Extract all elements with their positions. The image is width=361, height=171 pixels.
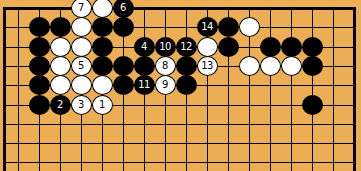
black-stone — [302, 95, 323, 115]
horizontal-grid-line — [4, 124, 355, 125]
black-stone — [50, 17, 71, 37]
move-number-label: 5 — [78, 61, 84, 71]
white-stone — [71, 75, 92, 95]
white-stone — [239, 56, 260, 76]
white-stone — [50, 37, 71, 57]
horizontal-grid-line — [4, 143, 355, 144]
white-stone — [71, 17, 92, 37]
white-stone: 8 — [155, 56, 176, 76]
black-stone — [92, 37, 113, 57]
move-number-label: 1 — [99, 100, 105, 110]
white-stone: 3 — [71, 95, 92, 115]
move-number-label: 13 — [201, 61, 213, 71]
black-stone — [113, 75, 134, 95]
black-stone — [218, 37, 239, 57]
go-board: 7614410125813119231 — [0, 0, 361, 171]
black-stone: 6 — [113, 0, 134, 18]
move-number-label: 9 — [162, 80, 168, 90]
black-stone: 10 — [155, 37, 176, 57]
white-stone — [71, 37, 92, 57]
black-stone: 11 — [134, 75, 155, 95]
board-top-edge-line — [3, 7, 356, 10]
vertical-grid-line — [270, 8, 271, 171]
black-stone: 2 — [50, 95, 71, 115]
move-number-label: 8 — [162, 61, 168, 71]
move-number-label: 12 — [180, 42, 192, 52]
white-stone: 5 — [71, 56, 92, 76]
black-stone: 4 — [134, 37, 155, 57]
move-number-label: 10 — [159, 42, 171, 52]
white-stone: 9 — [155, 75, 176, 95]
move-number-label: 14 — [201, 22, 213, 32]
white-stone — [92, 75, 113, 95]
horizontal-grid-line — [4, 162, 355, 163]
black-stone — [92, 56, 113, 76]
move-number-label: 11 — [138, 80, 150, 90]
black-stone — [134, 56, 155, 76]
white-stone — [50, 75, 71, 95]
black-stone — [176, 56, 197, 76]
black-stone — [29, 75, 50, 95]
black-stone — [176, 75, 197, 95]
white-stone — [239, 17, 260, 37]
move-number-label: 7 — [78, 3, 84, 13]
black-stone — [29, 37, 50, 57]
white-stone: 1 — [92, 95, 113, 115]
black-stone — [29, 95, 50, 115]
move-number-label: 6 — [120, 3, 126, 13]
black-stone — [113, 17, 134, 37]
black-stone — [92, 17, 113, 37]
black-stone — [29, 17, 50, 37]
black-stone — [260, 37, 281, 57]
board-right-edge-line — [353, 7, 356, 171]
vertical-grid-line — [18, 8, 19, 171]
black-stone — [281, 37, 302, 57]
white-stone — [197, 37, 218, 57]
white-stone — [50, 56, 71, 76]
move-number-label: 4 — [141, 42, 147, 52]
white-stone: 13 — [197, 56, 218, 76]
white-stone — [260, 56, 281, 76]
black-stone — [302, 56, 323, 76]
move-number-label: 2 — [57, 100, 63, 110]
vertical-grid-line — [333, 8, 334, 171]
move-number-label: 3 — [78, 100, 84, 110]
black-stone — [302, 37, 323, 57]
vertical-grid-line — [291, 8, 292, 171]
vertical-grid-line — [312, 8, 313, 171]
black-stone — [29, 56, 50, 76]
black-stone — [113, 56, 134, 76]
black-stone: 12 — [176, 37, 197, 57]
black-stone — [218, 17, 239, 37]
white-stone — [92, 0, 113, 18]
board-left-frame-line — [3, 7, 6, 171]
white-stone — [281, 56, 302, 76]
black-stone: 14 — [197, 17, 218, 37]
white-stone: 7 — [71, 0, 92, 18]
